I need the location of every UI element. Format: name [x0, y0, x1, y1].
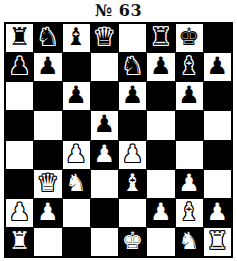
piece-black-king[interactable]: ♚	[178, 25, 200, 49]
square-c3[interactable]: ♞	[63, 170, 90, 198]
square-a4[interactable]	[6, 141, 33, 169]
piece-white-pawn[interactable]: ♟	[122, 142, 144, 166]
square-e5[interactable]	[119, 111, 146, 139]
square-a1[interactable]: ♜	[6, 228, 33, 256]
piece-white-pawn[interactable]: ♟	[94, 142, 116, 166]
square-c4[interactable]: ♟	[63, 141, 90, 169]
square-e2[interactable]	[119, 199, 146, 227]
square-g1[interactable]: ♞	[176, 228, 203, 256]
square-h2[interactable]: ♟	[204, 199, 231, 227]
piece-white-pawn[interactable]: ♟	[37, 200, 59, 224]
piece-black-bishop[interactable]: ♝	[65, 25, 87, 49]
square-f7[interactable]: ♟	[147, 53, 174, 81]
square-g3[interactable]: ♟	[176, 170, 203, 198]
square-e7[interactable]: ♞	[119, 53, 146, 81]
square-d6[interactable]	[91, 82, 118, 110]
square-h1[interactable]: ♜	[204, 228, 231, 256]
piece-white-pawn[interactable]: ♟	[207, 200, 229, 224]
square-d5[interactable]: ♟	[91, 111, 118, 139]
piece-white-queen[interactable]: ♛	[37, 171, 59, 195]
square-e4[interactable]: ♟	[119, 141, 146, 169]
square-e3[interactable]: ♝	[119, 170, 146, 198]
square-g6[interactable]: ♟	[176, 82, 203, 110]
square-f5[interactable]	[147, 111, 174, 139]
chess-diagram: № 63 ♜♞♝♛♜♚♟♟♞♟♝♟♟♟♟♟♟♟♟♛♞♝♟♟♟♟♝♟♜♚♞♜	[0, 0, 237, 261]
square-d4[interactable]: ♟	[91, 141, 118, 169]
square-b3[interactable]: ♛	[34, 170, 61, 198]
piece-white-knight[interactable]: ♞	[178, 229, 200, 253]
square-f3[interactable]	[147, 170, 174, 198]
square-b4[interactable]	[34, 141, 61, 169]
square-f4[interactable]	[147, 141, 174, 169]
piece-black-pawn[interactable]: ♟	[94, 112, 116, 136]
square-g8[interactable]: ♚	[176, 24, 203, 52]
square-h8[interactable]	[204, 24, 231, 52]
piece-black-pawn[interactable]: ♟	[9, 54, 31, 78]
piece-black-pawn[interactable]: ♟	[122, 83, 144, 107]
piece-black-queen[interactable]: ♛	[94, 25, 116, 49]
piece-white-king[interactable]: ♚	[122, 229, 144, 253]
piece-black-bishop[interactable]: ♝	[178, 54, 200, 78]
square-a7[interactable]: ♟	[6, 53, 33, 81]
square-d2[interactable]	[91, 199, 118, 227]
square-h3[interactable]	[204, 170, 231, 198]
piece-white-pawn[interactable]: ♟	[178, 171, 200, 195]
square-c1[interactable]	[63, 228, 90, 256]
piece-black-knight[interactable]: ♞	[37, 25, 59, 49]
square-g5[interactable]	[176, 111, 203, 139]
piece-black-knight[interactable]: ♞	[122, 54, 144, 78]
square-e8[interactable]	[119, 24, 146, 52]
square-f6[interactable]	[147, 82, 174, 110]
piece-white-rook[interactable]: ♜	[9, 229, 31, 253]
piece-black-rook[interactable]: ♜	[150, 25, 172, 49]
square-d8[interactable]: ♛	[91, 24, 118, 52]
piece-white-bishop[interactable]: ♝	[122, 171, 144, 195]
square-h6[interactable]	[204, 82, 231, 110]
square-b7[interactable]: ♟	[34, 53, 61, 81]
square-g7[interactable]: ♝	[176, 53, 203, 81]
square-b1[interactable]	[34, 228, 61, 256]
square-d1[interactable]	[91, 228, 118, 256]
square-c8[interactable]: ♝	[63, 24, 90, 52]
square-a6[interactable]	[6, 82, 33, 110]
square-h4[interactable]	[204, 141, 231, 169]
chess-board: ♜♞♝♛♜♚♟♟♞♟♝♟♟♟♟♟♟♟♟♛♞♝♟♟♟♟♝♟♜♚♞♜	[4, 22, 233, 258]
square-d3[interactable]	[91, 170, 118, 198]
piece-white-pawn[interactable]: ♟	[150, 200, 172, 224]
square-a8[interactable]: ♜	[6, 24, 33, 52]
square-a5[interactable]	[6, 111, 33, 139]
piece-black-pawn[interactable]: ♟	[178, 83, 200, 107]
diagram-title: № 63	[95, 1, 142, 20]
piece-black-pawn[interactable]: ♟	[150, 54, 172, 78]
square-c5[interactable]	[63, 111, 90, 139]
square-d7[interactable]	[91, 53, 118, 81]
square-e6[interactable]: ♟	[119, 82, 146, 110]
square-e1[interactable]: ♚	[119, 228, 146, 256]
square-g4[interactable]	[176, 141, 203, 169]
piece-white-pawn[interactable]: ♟	[65, 142, 87, 166]
square-b6[interactable]	[34, 82, 61, 110]
piece-black-pawn[interactable]: ♟	[207, 54, 229, 78]
square-b8[interactable]: ♞	[34, 24, 61, 52]
square-a3[interactable]	[6, 170, 33, 198]
piece-black-pawn[interactable]: ♟	[65, 83, 87, 107]
piece-white-bishop[interactable]: ♝	[178, 200, 200, 224]
square-f8[interactable]: ♜	[147, 24, 174, 52]
square-b5[interactable]	[34, 111, 61, 139]
piece-white-pawn[interactable]: ♟	[9, 200, 31, 224]
square-h7[interactable]: ♟	[204, 53, 231, 81]
square-c6[interactable]: ♟	[63, 82, 90, 110]
piece-black-rook[interactable]: ♜	[9, 25, 31, 49]
piece-white-knight[interactable]: ♞	[65, 171, 87, 195]
square-c2[interactable]	[63, 199, 90, 227]
piece-white-rook[interactable]: ♜	[207, 229, 229, 253]
square-f2[interactable]: ♟	[147, 199, 174, 227]
square-g2[interactable]: ♝	[176, 199, 203, 227]
square-f1[interactable]	[147, 228, 174, 256]
square-b2[interactable]: ♟	[34, 199, 61, 227]
square-a2[interactable]: ♟	[6, 199, 33, 227]
square-h5[interactable]	[204, 111, 231, 139]
square-c7[interactable]	[63, 53, 90, 81]
piece-black-pawn[interactable]: ♟	[37, 54, 59, 78]
